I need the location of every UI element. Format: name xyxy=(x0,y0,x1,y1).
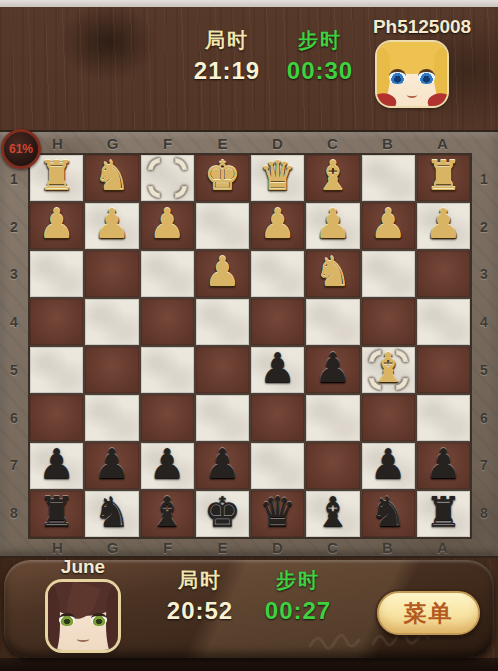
square-B3[interactable] xyxy=(362,251,415,297)
square-G1[interactable]: ♞ xyxy=(85,155,138,201)
piece-wR-H1: ♜ xyxy=(38,156,75,197)
square-D3[interactable] xyxy=(251,251,304,297)
rank-label-1: 1 xyxy=(470,155,498,203)
square-G8[interactable]: ♞ xyxy=(85,491,138,537)
rank-label-7: 7 xyxy=(0,442,28,490)
square-E6[interactable] xyxy=(196,395,249,441)
file-labels-bottom: HGFEDCBA xyxy=(30,538,470,558)
app-screen: 局时 21:19 步时 00:30 Ph5125008 HGFEDCBA HGF… xyxy=(0,0,498,671)
rank-label-4: 4 xyxy=(0,298,28,346)
square-A3[interactable] xyxy=(417,251,470,297)
piece-bP-B7: ♟ xyxy=(370,444,407,485)
chess-board-panel: HGFEDCBA HGFEDCBA 12345678 12345678 ♜♞♚♛… xyxy=(0,130,498,558)
square-B2[interactable]: ♟ xyxy=(362,203,415,249)
square-B7[interactable]: ♟ xyxy=(362,443,415,489)
square-C3[interactable]: ♞ xyxy=(306,251,359,297)
piece-bR-H8: ♜ xyxy=(38,492,75,533)
avatar-eye xyxy=(91,613,107,626)
rank-label-6: 6 xyxy=(470,394,498,442)
file-label-C: C xyxy=(305,538,360,558)
square-C8[interactable]: ♝ xyxy=(306,491,359,537)
chess-board: ♜♞♚♛♝♜♟♟♟♟♟♟♟♟♞♟♟♝♟♟♟♟♟♟♜♞♝♚♛♝♞♜ xyxy=(30,155,470,537)
piece-wK-E1: ♚ xyxy=(204,156,241,197)
square-A1[interactable]: ♜ xyxy=(417,155,470,201)
square-F8[interactable]: ♝ xyxy=(141,491,194,537)
square-H6[interactable] xyxy=(30,395,83,441)
square-G6[interactable] xyxy=(85,395,138,441)
square-E3[interactable]: ♟ xyxy=(196,251,249,297)
marker-claw-bl xyxy=(143,169,177,203)
rank-label-2: 2 xyxy=(470,203,498,251)
rank-label-3: 3 xyxy=(0,251,28,299)
piece-wP-C2: ♟ xyxy=(314,204,351,245)
square-F1[interactable] xyxy=(141,155,194,201)
opponent-name: Ph5125008 xyxy=(356,16,488,38)
piece-wP-D2: ♟ xyxy=(259,204,296,245)
square-E5[interactable] xyxy=(196,347,249,393)
menu-button[interactable]: 菜单 xyxy=(377,591,480,635)
file-label-D: D xyxy=(250,538,305,558)
player-game-clock: 局时 20:52 xyxy=(145,567,255,625)
square-H8[interactable]: ♜ xyxy=(30,491,83,537)
square-G5[interactable] xyxy=(85,347,138,393)
piece-wR-A1: ♜ xyxy=(425,156,462,197)
piece-wB-B5: ♝ xyxy=(370,348,407,389)
square-C6[interactable] xyxy=(306,395,359,441)
rank-labels-left: 12345678 xyxy=(0,155,28,537)
piece-bP-A7: ♟ xyxy=(425,444,462,485)
square-H2[interactable]: ♟ xyxy=(30,203,83,249)
square-G2[interactable]: ♟ xyxy=(85,203,138,249)
opponent-avatar[interactable] xyxy=(377,42,447,106)
piece-wP-F2: ♟ xyxy=(149,204,186,245)
square-B1[interactable] xyxy=(362,155,415,201)
player-move-clock: 步时 00:27 xyxy=(243,567,353,625)
piece-bP-C5: ♟ xyxy=(314,348,351,389)
move-time-value: 00:27 xyxy=(243,597,353,625)
rank-label-6: 6 xyxy=(0,394,28,442)
rank-label-5: 5 xyxy=(470,346,498,394)
square-C5[interactable]: ♟ xyxy=(306,347,359,393)
bottom-edge-strip xyxy=(0,658,498,671)
file-label-F: F xyxy=(140,134,195,154)
square-A5[interactable] xyxy=(417,347,470,393)
piece-bR-A8: ♜ xyxy=(425,492,462,533)
square-C1[interactable]: ♝ xyxy=(306,155,359,201)
square-D5[interactable]: ♟ xyxy=(251,347,304,393)
avatar-eye xyxy=(418,69,435,84)
square-E2[interactable] xyxy=(196,203,249,249)
square-G3[interactable] xyxy=(85,251,138,297)
square-D7[interactable] xyxy=(251,443,304,489)
piece-bQ-D8: ♛ xyxy=(259,492,296,533)
piece-wQ-D1: ♛ xyxy=(259,156,296,197)
square-B8[interactable]: ♞ xyxy=(362,491,415,537)
square-A2[interactable]: ♟ xyxy=(417,203,470,249)
square-A7[interactable]: ♟ xyxy=(417,443,470,489)
rank-labels-right: 12345678 xyxy=(470,155,498,537)
piece-wP-A2: ♟ xyxy=(425,204,462,245)
file-label-E: E xyxy=(195,538,250,558)
square-C7[interactable] xyxy=(306,443,359,489)
square-F3[interactable] xyxy=(141,251,194,297)
piece-bP-H7: ♟ xyxy=(38,444,75,485)
move-time-label: 步时 xyxy=(243,567,353,594)
rank-label-5: 5 xyxy=(0,346,28,394)
file-label-B: B xyxy=(360,538,415,558)
file-label-H: H xyxy=(30,538,85,558)
square-E1[interactable]: ♚ xyxy=(196,155,249,201)
square-H5[interactable] xyxy=(30,347,83,393)
avatar-mouth xyxy=(407,91,418,98)
piece-bP-F7: ♟ xyxy=(149,444,186,485)
square-B6[interactable] xyxy=(362,395,415,441)
square-D8[interactable]: ♛ xyxy=(251,491,304,537)
marker-claw-br xyxy=(158,169,192,203)
square-D4[interactable] xyxy=(251,299,304,345)
player-avatar[interactable] xyxy=(48,582,118,650)
rank-label-8: 8 xyxy=(470,489,498,537)
square-F7[interactable]: ♟ xyxy=(141,443,194,489)
avatar-eye xyxy=(59,613,75,626)
file-label-B: B xyxy=(360,134,415,154)
piece-wN-G1: ♞ xyxy=(93,156,130,197)
avatar-hair-strand xyxy=(106,586,118,650)
square-G7[interactable]: ♟ xyxy=(85,443,138,489)
rank-label-7: 7 xyxy=(470,442,498,490)
piece-bP-G7: ♟ xyxy=(93,444,130,485)
game-time-value: 20:52 xyxy=(145,597,255,625)
piece-bP-E7: ♟ xyxy=(204,444,241,485)
piece-bB-F8: ♝ xyxy=(149,492,186,533)
file-label-F: F xyxy=(140,538,195,558)
piece-bP-D5: ♟ xyxy=(259,348,296,389)
marker-claw-tr xyxy=(158,153,192,187)
square-D1[interactable]: ♛ xyxy=(251,155,304,201)
square-E4[interactable] xyxy=(196,299,249,345)
piece-bN-G8: ♞ xyxy=(93,492,130,533)
square-F6[interactable] xyxy=(141,395,194,441)
piece-bN-B8: ♞ xyxy=(370,492,407,533)
square-B4[interactable] xyxy=(362,299,415,345)
piece-bB-C8: ♝ xyxy=(314,492,351,533)
square-H3[interactable] xyxy=(30,251,83,297)
piece-wP-B2: ♟ xyxy=(370,204,407,245)
square-C4[interactable] xyxy=(306,299,359,345)
piece-wP-G2: ♟ xyxy=(93,204,130,245)
file-label-G: G xyxy=(85,538,140,558)
marker-claw-tl xyxy=(143,153,177,187)
square-D6[interactable] xyxy=(251,395,304,441)
game-time-label: 局时 xyxy=(145,567,255,594)
square-A8[interactable]: ♜ xyxy=(417,491,470,537)
piece-wN-C3: ♞ xyxy=(314,252,351,293)
last-move-marker-F1 xyxy=(141,155,194,201)
square-E8[interactable]: ♚ xyxy=(196,491,249,537)
rank-label-4: 4 xyxy=(470,298,498,346)
square-H1[interactable]: ♜ xyxy=(30,155,83,201)
square-A4[interactable] xyxy=(417,299,470,345)
square-F5[interactable] xyxy=(141,347,194,393)
square-D2[interactable]: ♟ xyxy=(251,203,304,249)
move-time-value: 00:30 xyxy=(265,57,375,85)
square-F4[interactable] xyxy=(141,299,194,345)
rank-label-3: 3 xyxy=(470,251,498,299)
square-A6[interactable] xyxy=(417,395,470,441)
rank-label-2: 2 xyxy=(0,203,28,251)
player-name: June xyxy=(45,556,121,578)
piece-wP-E3: ♟ xyxy=(204,252,241,293)
file-label-A: A xyxy=(415,538,470,558)
rank-label-8: 8 xyxy=(0,489,28,537)
square-B5[interactable]: ♝ xyxy=(362,347,415,393)
square-E7[interactable]: ♟ xyxy=(196,443,249,489)
square-H4[interactable] xyxy=(30,299,83,345)
status-strip xyxy=(0,0,498,7)
power-badge-text: 61% xyxy=(9,142,33,156)
square-H7[interactable]: ♟ xyxy=(30,443,83,489)
square-G4[interactable] xyxy=(85,299,138,345)
power-badge: 61% xyxy=(1,129,41,169)
piece-wB-C1: ♝ xyxy=(314,156,351,197)
avatar-mouth xyxy=(77,636,90,642)
square-C2[interactable]: ♟ xyxy=(306,203,359,249)
square-F2[interactable]: ♟ xyxy=(141,203,194,249)
piece-wP-H2: ♟ xyxy=(38,204,75,245)
piece-bK-E8: ♚ xyxy=(204,492,241,533)
avatar-eye xyxy=(389,69,406,84)
